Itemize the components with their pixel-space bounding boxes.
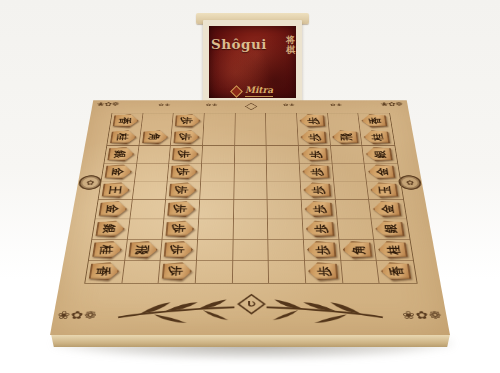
shogi-piece-香[interactable]: 香	[112, 114, 139, 127]
piece-body: 歩	[303, 182, 331, 197]
board-cell[interactable]	[235, 129, 267, 146]
board-cell[interactable]	[200, 181, 234, 200]
piece-kanji: 飛	[134, 245, 149, 255]
seal-glyph: ✿	[405, 179, 414, 186]
board-cell[interactable]	[130, 200, 166, 219]
board-cell[interactable]	[234, 200, 269, 219]
floral-cluster-3: ✿❀	[283, 103, 295, 107]
piece-kanji: 歩	[308, 133, 321, 141]
piece-body: 銀	[365, 147, 393, 161]
piece-kanji: 香	[95, 266, 111, 276]
piece-kanji: 金	[110, 168, 124, 176]
piece-body: 歩	[302, 164, 329, 179]
shogi-piece-飛[interactable]: 飛	[332, 130, 359, 144]
shogi-piece-歩[interactable]: 歩	[304, 201, 333, 217]
piece-kanji: 歩	[177, 150, 190, 158]
piece-body: 桂	[377, 241, 408, 258]
shogi-piece-歩[interactable]: 歩	[303, 182, 331, 197]
shogi-piece-角[interactable]: 角	[342, 241, 372, 258]
piece-kanji: 金	[376, 168, 390, 176]
board-cell[interactable]	[132, 181, 168, 200]
floral-engraving-near-right: ❀✿❁	[402, 309, 444, 322]
piece-kanji: 玉	[379, 186, 393, 194]
board-cell[interactable]	[267, 181, 301, 200]
shogi-piece-金[interactable]: 金	[367, 164, 395, 179]
piece-kanji: 歩	[310, 150, 323, 158]
shogi-piece-桂[interactable]: 桂	[110, 130, 137, 144]
piece-kanji: 香	[369, 117, 382, 124]
piece-body: 歩	[299, 114, 325, 127]
piece-kanji: 歩	[312, 186, 326, 194]
shogi-piece-歩[interactable]: 歩	[305, 221, 334, 237]
piece-kanji: 香	[118, 117, 131, 124]
board-cell[interactable]	[337, 219, 374, 239]
piece-body: 歩	[175, 114, 201, 127]
shogi-piece-歩[interactable]: 歩	[308, 262, 338, 280]
shogi-piece-飛[interactable]: 飛	[128, 241, 158, 258]
piece-body: 歩	[162, 262, 192, 280]
board-cell[interactable]	[234, 181, 268, 200]
piece-kanji: 歩	[311, 168, 324, 176]
floral-engraving-far-left: ❀✿❁	[97, 101, 120, 107]
piece-body: 歩	[305, 221, 334, 237]
floral-cluster-2: ✿❀	[206, 103, 218, 107]
diamond-engraving-top	[245, 103, 257, 110]
floral-cluster-4: ✿❀	[330, 103, 343, 107]
shogi-piece-桂[interactable]: 桂	[363, 130, 390, 144]
piece-kanji: 歩	[179, 133, 192, 141]
board-cell[interactable]	[233, 261, 270, 283]
piece-kanji: 桂	[371, 133, 384, 141]
shogi-piece-銀[interactable]: 銀	[95, 221, 125, 237]
board-cell[interactable]	[196, 261, 233, 283]
piece-kanji: 銀	[101, 224, 116, 233]
shogi-piece-香[interactable]: 香	[380, 262, 412, 280]
board-cell[interactable]	[204, 113, 236, 129]
shogi-piece-歩[interactable]: 歩	[169, 182, 197, 197]
board-cell[interactable]	[135, 163, 170, 181]
piece-body: 歩	[174, 130, 200, 144]
piece-kanji: 歩	[317, 266, 332, 276]
board-cell[interactable]	[122, 261, 161, 283]
shogi-piece-歩[interactable]: 歩	[166, 221, 195, 237]
piece-kanji: 角	[351, 245, 366, 255]
board-cell[interactable]	[328, 113, 361, 129]
shogi-piece-銀[interactable]: 銀	[374, 221, 404, 237]
board-cell[interactable]	[235, 113, 266, 129]
shogi-piece-歩[interactable]: 歩	[172, 147, 199, 161]
shogi-box: Shôgui 将 棋 Mitra	[203, 20, 302, 104]
shogi-piece-香[interactable]: 香	[88, 262, 120, 280]
shogi-piece-銀[interactable]: 銀	[365, 147, 393, 161]
mitra-diamond-icon	[230, 85, 243, 98]
piece-body: 金	[367, 164, 395, 179]
shogi-piece-歩[interactable]: 歩	[301, 147, 328, 161]
box-brand: Mitra	[203, 86, 302, 97]
box-title: Shôgui	[211, 38, 267, 52]
piece-kanji: 金	[104, 205, 119, 214]
piece-kanji: 歩	[313, 205, 327, 214]
bamboo-engraving-right	[263, 290, 387, 324]
board-side-edge	[51, 334, 450, 347]
board-cell[interactable]	[235, 146, 268, 163]
piece-kanji: 歩	[307, 117, 320, 124]
piece-kanji: 金	[381, 205, 396, 214]
board-cell[interactable]	[234, 163, 267, 181]
piece-kanji: 桂	[115, 133, 128, 141]
piece-body: 歩	[169, 182, 197, 197]
maker-logo-glyph: Ʋ	[247, 300, 256, 308]
shogi-piece-歩[interactable]: 歩	[174, 130, 200, 144]
shogi-piece-角[interactable]: 角	[142, 130, 169, 144]
board-cell[interactable]	[198, 219, 234, 239]
piece-kanji: 角	[147, 133, 160, 141]
board-cell[interactable]	[269, 261, 306, 283]
piece-body: 角	[342, 241, 372, 258]
piece-body: 歩	[301, 147, 328, 161]
piece-body: 飛	[128, 241, 158, 258]
piece-body: 飛	[332, 130, 359, 144]
board-cell[interactable]	[233, 240, 269, 261]
piece-kanji: 歩	[171, 224, 185, 233]
piece-body: 歩	[164, 241, 194, 258]
piece-body: 金	[104, 164, 132, 179]
board-cell[interactable]	[233, 219, 268, 239]
piece-body: 香	[88, 262, 120, 280]
seal-glyph: ✿	[86, 179, 95, 186]
shogi-piece-歩[interactable]: 歩	[175, 114, 201, 127]
board-cell[interactable]	[341, 261, 380, 283]
board-cell[interactable]	[332, 163, 367, 181]
shogi-board[interactable]: ❀✿❁ ❀✿❁ ✿❀ ✿❀ ✿❀ ✿❀ ✿ ✿ ❀✿❁ ❀✿❁ Ʋ	[50, 100, 450, 335]
box-kanji-top: 将	[286, 35, 295, 45]
shogi-piece-歩[interactable]: 歩	[300, 130, 326, 144]
shogi-piece-金[interactable]: 金	[98, 201, 128, 217]
piece-kanji: 王	[107, 186, 121, 194]
piece-kanji: 飛	[340, 133, 353, 141]
piece-body: 銀	[107, 147, 135, 161]
piece-kanji: 銀	[384, 224, 399, 233]
shogi-piece-香[interactable]: 香	[361, 114, 388, 127]
bamboo-engraving-left	[113, 290, 237, 324]
shogi-piece-玉[interactable]: 玉	[370, 182, 399, 197]
board-cell[interactable]	[203, 129, 235, 146]
shogi-piece-歩[interactable]: 歩	[162, 262, 192, 280]
shogi-piece-王[interactable]: 王	[101, 182, 130, 197]
board-cell[interactable]	[141, 113, 174, 129]
board-cell[interactable]	[201, 163, 234, 181]
shogi-piece-金[interactable]: 金	[372, 201, 402, 217]
board-cell[interactable]	[336, 200, 372, 219]
board-cell[interactable]	[268, 219, 304, 239]
piece-body: 歩	[308, 262, 338, 280]
piece-body: 香	[112, 114, 139, 127]
piece-body: 玉	[370, 182, 399, 197]
shogi-piece-歩[interactable]: 歩	[299, 114, 325, 127]
piece-body: 銀	[95, 221, 125, 237]
piece-kanji: 桂	[387, 245, 402, 255]
piece-body: 金	[372, 201, 402, 217]
piece-kanji: 歩	[174, 186, 188, 194]
shogi-piece-歩[interactable]: 歩	[171, 164, 198, 179]
piece-kanji: 歩	[315, 224, 329, 233]
piece-body: 歩	[306, 241, 336, 258]
shogi-piece-桂[interactable]: 桂	[92, 241, 123, 258]
board-cell[interactable]	[266, 113, 298, 129]
board-cell[interactable]	[267, 146, 300, 163]
board-scene: ❀✿❁ ❀✿❁ ✿❀ ✿❀ ✿❀ ✿❀ ✿ ✿ ❀✿❁ ❀✿❁ Ʋ	[50, 100, 450, 335]
piece-body: 王	[101, 182, 130, 197]
piece-body: 歩	[166, 221, 195, 237]
piece-body: 香	[361, 114, 388, 127]
piece-body: 銀	[374, 221, 404, 237]
board-cell[interactable]	[127, 219, 164, 239]
piece-body: 桂	[92, 241, 123, 258]
piece-body: 歩	[300, 130, 326, 144]
shogi-piece-歩[interactable]: 歩	[164, 241, 194, 258]
shogi-piece-銀[interactable]: 銀	[107, 147, 135, 161]
piece-kanji: 銀	[113, 150, 127, 158]
floral-engraving-far-right: ❀✿❁	[380, 101, 403, 107]
piece-kanji: 歩	[316, 245, 331, 255]
piece-body: 歩	[171, 164, 198, 179]
box-front: Shôgui 将 棋 Mitra	[203, 20, 302, 104]
piece-body: 桂	[363, 130, 390, 144]
piece-body: 香	[380, 262, 412, 280]
piece-body: 金	[98, 201, 128, 217]
piece-body: 桂	[110, 130, 137, 144]
board-cell[interactable]	[199, 200, 234, 219]
piece-body: 歩	[167, 201, 196, 217]
shogi-piece-桂[interactable]: 桂	[377, 241, 408, 258]
board-cell[interactable]	[266, 129, 298, 146]
piece-kanji: 桂	[98, 245, 113, 255]
piece-kanji: 歩	[180, 117, 193, 124]
piece-kanji: 歩	[173, 205, 187, 214]
piece-body: 歩	[172, 147, 199, 161]
brand-name: Mitra	[245, 86, 273, 97]
board-cell[interactable]	[137, 146, 171, 163]
board-cell[interactable]	[334, 181, 370, 200]
shogi-product-photo: Shôgui 将 棋 Mitra ❀✿❁ ❀✿❁ ✿❀ ✿❀ ✿❀ ✿❀ ✿	[0, 0, 500, 373]
piece-body: 角	[142, 130, 169, 144]
piece-kanji: 歩	[168, 266, 183, 276]
piece-kanji: 香	[390, 266, 406, 276]
board-cell[interactable]	[331, 146, 365, 163]
board-cell[interactable]	[269, 240, 305, 261]
shogi-piece-歩[interactable]: 歩	[306, 241, 336, 258]
board-cell[interactable]	[267, 163, 301, 181]
shogi-piece-歩[interactable]: 歩	[302, 164, 329, 179]
box-kanji-shogi: 将 棋	[286, 35, 295, 55]
board-cell[interactable]	[268, 200, 303, 219]
piece-kanji: 歩	[176, 168, 189, 176]
piece-body: 歩	[304, 201, 333, 217]
board-cell[interactable]	[197, 240, 233, 261]
floral-cluster-1: ✿❀	[158, 103, 171, 107]
piece-kanji: 銀	[374, 150, 388, 158]
box-kanji-bottom: 棋	[286, 45, 295, 55]
maker-diamond-logo: Ʋ	[237, 294, 266, 315]
piece-kanji: 歩	[170, 245, 185, 255]
shogi-piece-歩[interactable]: 歩	[167, 201, 196, 217]
floral-engraving-near-left: ❀✿❁	[56, 309, 98, 322]
board-cell[interactable]	[202, 146, 235, 163]
shogi-piece-金[interactable]: 金	[104, 164, 132, 179]
